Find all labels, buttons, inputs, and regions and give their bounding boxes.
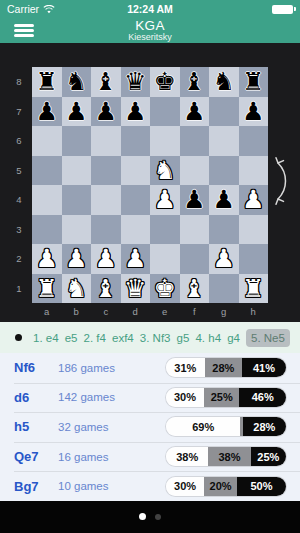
result-bar: 38%38%25%	[166, 447, 286, 466]
square-b5[interactable]	[62, 156, 92, 186]
square-a5[interactable]	[32, 156, 62, 186]
black-pawn-b7[interactable]: ♟	[65, 99, 87, 124]
white-pawn-e4[interactable]: ♟	[154, 187, 176, 212]
square-d5[interactable]	[121, 156, 151, 186]
square-e4[interactable]: ♟	[150, 185, 180, 215]
square-c4[interactable]	[91, 185, 121, 215]
status-time: 12:24 AM	[0, 3, 300, 15]
square-c8[interactable]: ♝	[91, 67, 121, 97]
square-b3[interactable]	[62, 215, 92, 245]
white-bishop-c1[interactable]: ♝	[95, 276, 117, 301]
square-b6[interactable]	[62, 126, 92, 156]
bar-white-segment: 38%	[166, 447, 208, 466]
file-label-a: a	[32, 305, 62, 319]
flip-board-icon[interactable]	[272, 155, 292, 207]
black-rook-h8[interactable]: ♜	[242, 69, 264, 94]
square-b1[interactable]: ♞	[62, 274, 92, 304]
result-bar: 31%28%41%	[166, 358, 286, 377]
status-bar: 12:24 AM Carrier	[0, 0, 300, 18]
square-d1[interactable]: ♛	[121, 274, 151, 304]
square-f6[interactable]	[180, 126, 210, 156]
bar-black-segment: 50%	[237, 477, 286, 496]
square-d6[interactable]	[121, 126, 151, 156]
white-pawn-a2[interactable]: ♟	[36, 246, 58, 271]
move-e5[interactable]: e5	[65, 332, 78, 344]
page-dot-1[interactable]	[139, 513, 146, 520]
black-rook-a8[interactable]: ♜	[36, 69, 58, 94]
result-bar: 30%25%46%	[166, 388, 286, 407]
current-position-bullet-icon	[15, 334, 22, 341]
move-2-f4[interactable]: 2. f4	[84, 332, 106, 344]
square-c3[interactable]	[91, 215, 121, 245]
rank-label-5: 5	[11, 156, 27, 186]
file-label-h: h	[239, 305, 269, 319]
stats-row-d6[interactable]: d6142 games30%25%46%	[0, 383, 300, 413]
move-g4[interactable]: g4	[227, 332, 240, 344]
bar-black-segment: 28%	[243, 417, 286, 436]
stats-row-qe7[interactable]: Qe716 games38%38%25%	[0, 442, 300, 472]
white-rook-h1[interactable]: ♜	[242, 276, 264, 301]
square-a7[interactable]: ♟	[32, 97, 62, 127]
black-pawn-f7[interactable]: ♟	[183, 99, 205, 124]
bar-white-segment: 30%	[166, 388, 204, 407]
bar-draw-segment: 28%	[205, 358, 242, 377]
white-pawn-d2[interactable]: ♟	[124, 246, 146, 271]
square-g3[interactable]	[209, 215, 239, 245]
file-label-d: d	[121, 305, 151, 319]
square-c5[interactable]	[91, 156, 121, 186]
bar-black-segment: 46%	[239, 388, 286, 407]
square-h6[interactable]	[239, 126, 269, 156]
square-f3[interactable]	[180, 215, 210, 245]
black-pawn-a7[interactable]: ♟	[36, 99, 58, 124]
square-b4[interactable]	[62, 185, 92, 215]
white-knight-b1[interactable]: ♞	[65, 276, 87, 301]
square-d2[interactable]: ♟	[121, 244, 151, 274]
rank-label-3: 3	[11, 215, 27, 245]
square-e8[interactable]: ♚	[150, 67, 180, 97]
square-c1[interactable]: ♝	[91, 274, 121, 304]
white-pawn-b2[interactable]: ♟	[65, 246, 87, 271]
rank-label-1: 1	[11, 274, 27, 304]
square-c2[interactable]: ♟	[91, 244, 121, 274]
white-king-e1[interactable]: ♚	[154, 276, 176, 301]
square-g1[interactable]	[209, 274, 239, 304]
square-e6[interactable]	[150, 126, 180, 156]
bar-white-segment: 69%	[166, 417, 240, 436]
square-d3[interactable]	[121, 215, 151, 245]
move-list: 1. e4e52. f4exf43. Nf3g54. h4g45. Ne5	[33, 329, 290, 347]
white-queen-d1[interactable]: ♛	[124, 276, 146, 301]
candidate-move-link[interactable]: Nf6	[14, 360, 58, 375]
nav-bar: KGA Kieseritsky	[0, 18, 300, 43]
move-5-ne5[interactable]: 5. Ne5	[246, 329, 290, 347]
square-f2[interactable]	[180, 244, 210, 274]
square-h4[interactable]: ♟	[239, 185, 269, 215]
square-b7[interactable]: ♟	[62, 97, 92, 127]
square-b2[interactable]: ♟	[62, 244, 92, 274]
move-1-e4[interactable]: 1. e4	[33, 332, 59, 344]
black-pawn-c7[interactable]: ♟	[95, 99, 117, 124]
square-h2[interactable]	[239, 244, 269, 274]
move-4-h4[interactable]: 4. h4	[195, 332, 221, 344]
square-a3[interactable]	[32, 215, 62, 245]
square-e1[interactable]: ♚	[150, 274, 180, 304]
square-g4[interactable]: ♟	[209, 185, 239, 215]
bar-draw-segment: 20%	[204, 477, 237, 496]
bar-white-segment: 30%	[166, 477, 204, 496]
square-a6[interactable]	[32, 126, 62, 156]
square-g7[interactable]	[209, 97, 239, 127]
result-bar: 30%20%50%	[166, 477, 286, 496]
square-g8[interactable]: ♞	[209, 67, 239, 97]
board-section: 87654321 ♜♞♝♛♚♝♞♜♟♟♟♟♟♟♞♟♟♟♟♟♟♟♟♟♜♞♝♛♚♝♜…	[0, 43, 300, 322]
square-f8[interactable]: ♝	[180, 67, 210, 97]
square-f4[interactable]: ♟	[180, 185, 210, 215]
stats-row-bg7[interactable]: Bg710 games30%20%50%	[0, 471, 300, 501]
rank-label-4: 4	[11, 185, 27, 215]
games-count-label: 186 games	[58, 362, 166, 374]
games-count-label: 16 games	[58, 451, 166, 463]
square-a2[interactable]: ♟	[32, 244, 62, 274]
rank-labels: 87654321	[11, 67, 27, 303]
page-dot-2[interactable]	[155, 514, 161, 520]
white-bishop-f1[interactable]: ♝	[183, 276, 205, 301]
square-f1[interactable]: ♝	[180, 274, 210, 304]
result-bar: 69%28%	[166, 417, 286, 436]
bar-black-segment: 41%	[242, 358, 286, 377]
black-pawn-d7[interactable]: ♟	[124, 99, 146, 124]
square-e7[interactable]	[150, 97, 180, 127]
black-pawn-h7[interactable]: ♟	[242, 99, 264, 124]
square-e5[interactable]: ♞	[150, 156, 180, 186]
candidate-move-link[interactable]: h5	[14, 419, 58, 434]
bar-black-segment: 25%	[251, 447, 286, 466]
board-grid[interactable]: ♜♞♝♛♚♝♞♜♟♟♟♟♟♟♞♟♟♟♟♟♟♟♟♟♜♞♝♛♚♝♜	[32, 67, 268, 303]
black-queen-d8[interactable]: ♛	[124, 69, 146, 94]
square-f7[interactable]: ♟	[180, 97, 210, 127]
square-d7[interactable]: ♟	[121, 97, 151, 127]
file-label-c: c	[91, 305, 121, 319]
white-knight-e5[interactable]: ♞	[154, 158, 176, 183]
square-d8[interactable]: ♛	[121, 67, 151, 97]
square-h1[interactable]: ♜	[239, 274, 269, 304]
square-h7[interactable]: ♟	[239, 97, 269, 127]
bar-draw-segment: 38%	[208, 447, 250, 466]
games-count-label: 142 games	[58, 391, 166, 403]
square-a4[interactable]	[32, 185, 62, 215]
file-labels: abcdefgh	[32, 305, 268, 319]
games-count-label: 32 games	[58, 421, 166, 433]
battery-icon	[272, 5, 293, 14]
file-label-g: g	[209, 305, 239, 319]
move-exf4[interactable]: exf4	[112, 332, 134, 344]
square-b8[interactable]: ♞	[62, 67, 92, 97]
bar-white-segment: 31%	[166, 358, 205, 377]
square-c7[interactable]: ♟	[91, 97, 121, 127]
rank-label-6: 6	[11, 126, 27, 156]
candidate-move-link[interactable]: Bg7	[14, 479, 58, 494]
stats-row-nf6[interactable]: Nf6186 games31%28%41%	[0, 353, 300, 383]
square-d4[interactable]	[121, 185, 151, 215]
page-subtitle: Kieseritsky	[0, 32, 300, 42]
rank-label-7: 7	[11, 97, 27, 127]
square-h8[interactable]: ♜	[239, 67, 269, 97]
rank-label-8: 8	[11, 67, 27, 97]
games-count-label: 10 games	[58, 480, 166, 492]
page-dots-bar	[0, 501, 300, 533]
black-king-e8[interactable]: ♚	[154, 69, 176, 94]
move-list-bar: 1. e4e52. f4exf43. Nf3g54. h4g45. Ne5	[0, 322, 300, 353]
square-a1[interactable]: ♜	[32, 274, 62, 304]
square-h3[interactable]	[239, 215, 269, 245]
app-screen: 12:24 AM Carrier KGA Kieseritsky 8765432…	[0, 0, 300, 533]
black-bishop-c8[interactable]: ♝	[95, 69, 117, 94]
square-f5[interactable]	[180, 156, 210, 186]
stats-row-h5[interactable]: h532 games69%28%	[0, 412, 300, 442]
square-e3[interactable]	[150, 215, 180, 245]
rank-label-2: 2	[11, 244, 27, 274]
black-knight-g8[interactable]: ♞	[213, 69, 235, 94]
square-a8[interactable]: ♜	[32, 67, 62, 97]
file-label-f: f	[180, 305, 210, 319]
move-g5[interactable]: g5	[177, 332, 190, 344]
square-g2[interactable]: ♟	[209, 244, 239, 274]
square-g6[interactable]	[209, 126, 239, 156]
page-title: KGA	[0, 18, 300, 33]
black-bishop-f8[interactable]: ♝	[183, 69, 205, 94]
white-pawn-h4[interactable]: ♟	[242, 187, 264, 212]
black-knight-b8[interactable]: ♞	[65, 69, 87, 94]
candidate-move-link[interactable]: d6	[14, 390, 58, 405]
candidate-move-link[interactable]: Qe7	[14, 449, 58, 464]
square-h5[interactable]	[239, 156, 269, 186]
opening-stats-table: Nf6186 games31%28%41%d6142 games30%25%46…	[0, 353, 300, 501]
white-pawn-c2[interactable]: ♟	[95, 246, 117, 271]
bar-draw-segment: 25%	[204, 388, 239, 407]
white-rook-a1[interactable]: ♜	[36, 276, 58, 301]
square-c6[interactable]	[91, 126, 121, 156]
black-pawn-f4[interactable]: ♟	[183, 187, 205, 212]
move-3-nf3[interactable]: 3. Nf3	[140, 332, 171, 344]
white-pawn-g2[interactable]: ♟	[213, 246, 235, 271]
file-label-b: b	[62, 305, 92, 319]
square-e2[interactable]	[150, 244, 180, 274]
black-pawn-g4[interactable]: ♟	[213, 187, 235, 212]
file-label-e: e	[150, 305, 180, 319]
square-g5[interactable]	[209, 156, 239, 186]
